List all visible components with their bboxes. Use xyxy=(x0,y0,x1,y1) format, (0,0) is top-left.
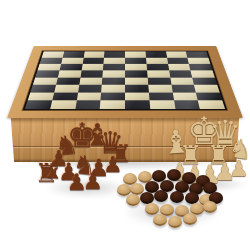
checker-light xyxy=(168,216,182,228)
checker-light xyxy=(183,213,197,225)
board-square xyxy=(171,85,196,93)
board-square xyxy=(33,77,58,84)
board-square xyxy=(174,101,200,110)
board-square xyxy=(52,92,78,100)
board-square xyxy=(101,85,125,93)
board-square xyxy=(30,85,56,93)
checker-dark xyxy=(170,191,184,203)
board-square xyxy=(147,77,171,84)
board-square xyxy=(125,70,147,77)
checker-dark xyxy=(167,169,181,181)
chess-piece-dark-pawn: ♟ xyxy=(83,170,104,193)
board-square xyxy=(169,70,193,77)
board-square xyxy=(102,77,125,84)
board-square xyxy=(78,85,102,93)
board-square xyxy=(56,77,80,84)
board-square xyxy=(79,77,103,84)
board-square xyxy=(196,92,222,100)
board-square xyxy=(35,70,59,77)
board-square xyxy=(125,85,149,93)
board-square xyxy=(58,70,82,77)
board-square xyxy=(80,70,103,77)
product-photo: ♜♟♞♚♝♛♜♝♟♞♟♟♟♟ ♝♚♛♞♜♜♟♟♟♟♟ xyxy=(0,0,250,250)
board-square xyxy=(147,70,170,77)
board-square xyxy=(172,92,198,100)
board-square xyxy=(75,101,101,110)
board-square xyxy=(198,101,225,110)
chess-board xyxy=(25,51,225,109)
board-square xyxy=(191,70,215,77)
board-square xyxy=(50,101,76,110)
checker-light xyxy=(126,194,140,206)
checker-light xyxy=(203,201,217,213)
board-square xyxy=(149,101,175,110)
board-frame xyxy=(23,51,228,111)
board-square xyxy=(25,101,52,110)
board-square xyxy=(103,70,125,77)
board-square xyxy=(125,92,149,100)
board-lid xyxy=(7,46,243,118)
board-square xyxy=(100,101,125,110)
board-square xyxy=(170,77,194,84)
board-square xyxy=(149,92,174,100)
board-square xyxy=(148,85,172,93)
board-square xyxy=(125,77,148,84)
board-square xyxy=(76,92,101,100)
board-square xyxy=(194,85,220,93)
checker-light xyxy=(145,203,159,215)
board-square xyxy=(54,85,79,93)
board-square xyxy=(101,92,125,100)
board-square xyxy=(125,101,150,110)
chess-piece-light-pawn: ♟ xyxy=(229,158,249,180)
chess-piece-dark-pawn: ♟ xyxy=(103,154,123,176)
checker-light xyxy=(153,214,167,226)
board-square xyxy=(28,92,54,100)
board-square xyxy=(192,77,217,84)
checker-dark xyxy=(154,190,168,202)
